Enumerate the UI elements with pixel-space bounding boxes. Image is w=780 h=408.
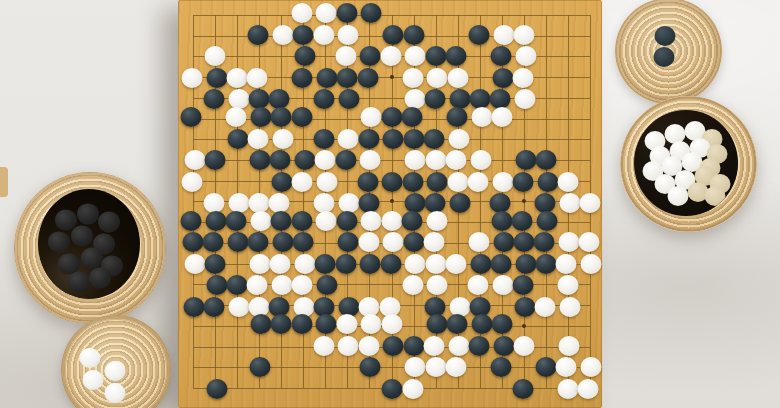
stone-white	[467, 172, 488, 192]
stone-black	[537, 172, 558, 192]
stone-white	[291, 3, 312, 23]
stone-black	[403, 129, 424, 149]
star-point	[390, 199, 394, 203]
stone-black	[271, 314, 292, 334]
stone-black	[424, 89, 445, 109]
table-object-edge	[0, 167, 8, 197]
stone-white	[402, 275, 423, 295]
stone-white	[492, 172, 513, 192]
stone-black	[360, 46, 381, 66]
stone-white	[558, 379, 579, 399]
stone-white	[315, 150, 336, 170]
stone-white	[559, 297, 580, 317]
stone-black	[335, 150, 356, 170]
stone-black	[493, 336, 514, 356]
go-board	[178, 0, 602, 408]
stone-black	[250, 357, 271, 377]
stone-black	[512, 211, 533, 231]
stone-black	[513, 275, 534, 295]
stone-black	[295, 46, 316, 66]
stone-white	[250, 211, 271, 231]
stone-white	[247, 68, 268, 88]
stone-white	[250, 254, 271, 274]
stone-white	[338, 336, 359, 356]
captured-stone-black	[68, 272, 90, 293]
stone-black	[250, 314, 271, 334]
stone-white	[292, 172, 313, 192]
stone-white	[338, 129, 359, 149]
captured-stone-white	[80, 348, 101, 368]
stone-black	[446, 314, 467, 334]
stone-black	[316, 314, 337, 334]
stone-black	[515, 150, 536, 170]
stone-white	[313, 336, 334, 356]
stone-white	[184, 254, 205, 274]
stone-white	[445, 150, 466, 170]
bowl-stone-cream	[705, 186, 726, 206]
stone-white	[336, 314, 357, 334]
stone-black	[515, 254, 536, 274]
stone-white	[313, 25, 334, 45]
stone-black	[183, 232, 204, 252]
stone-black	[315, 254, 336, 274]
basket-opening	[38, 189, 140, 299]
black-stone-bowl	[14, 172, 166, 324]
stone-white	[273, 25, 294, 45]
stone-white	[182, 172, 203, 192]
stone-black	[471, 314, 492, 334]
stone-black	[317, 68, 338, 88]
stone-black	[291, 314, 312, 334]
stone-black	[491, 314, 512, 334]
stone-black	[535, 357, 556, 377]
stone-black	[490, 254, 511, 274]
stone-white	[292, 275, 313, 295]
stone-black	[536, 211, 557, 231]
stone-black	[226, 211, 247, 231]
stone-white	[448, 336, 469, 356]
stone-black	[181, 211, 202, 231]
stone-black	[361, 3, 382, 23]
stone-black	[493, 232, 514, 252]
stone-white	[338, 25, 359, 45]
stone-white	[425, 357, 446, 377]
white-stone-bowl	[620, 96, 757, 232]
stone-black	[535, 254, 556, 274]
stone-black	[513, 232, 534, 252]
stone-white	[227, 68, 248, 88]
stone-black	[360, 254, 381, 274]
stone-black	[204, 89, 225, 109]
stone-white	[184, 150, 205, 170]
stone-black	[425, 46, 446, 66]
stone-black	[248, 232, 269, 252]
stone-white	[427, 275, 448, 295]
stone-white	[425, 254, 446, 274]
stone-white	[405, 254, 426, 274]
stone-white	[402, 379, 423, 399]
stone-white	[358, 336, 379, 356]
stone-black	[272, 172, 293, 192]
stone-black	[470, 254, 491, 274]
stone-black	[337, 68, 358, 88]
stone-white	[272, 275, 293, 295]
stone-black	[291, 211, 312, 231]
star-point	[522, 199, 526, 203]
captured-stone-white	[83, 370, 104, 390]
star-point	[390, 75, 394, 79]
stone-white	[445, 254, 466, 274]
stone-black	[206, 379, 227, 399]
stone-black	[534, 232, 555, 252]
stone-white	[556, 357, 577, 377]
stone-black	[427, 172, 448, 192]
stone-white	[580, 193, 601, 213]
photo-scene	[0, 0, 780, 408]
stone-white	[405, 357, 426, 377]
stone-white	[445, 357, 466, 377]
stone-white	[535, 297, 556, 317]
stone-white	[273, 129, 294, 149]
stone-black	[514, 297, 535, 317]
stone-white	[425, 150, 446, 170]
stone-white	[270, 254, 291, 274]
stone-black	[205, 254, 226, 274]
stone-black	[403, 25, 424, 45]
stone-black	[403, 232, 424, 252]
stone-black	[357, 68, 378, 88]
stone-black	[248, 25, 269, 45]
stone-white	[316, 211, 337, 231]
captured-stone-black	[655, 26, 676, 46]
stone-black	[383, 336, 404, 356]
white-captures-lid	[61, 315, 171, 408]
stone-white	[295, 254, 316, 274]
captured-stone-white	[105, 361, 126, 381]
stone-black	[426, 314, 447, 334]
stone-black	[339, 89, 360, 109]
stone-black	[292, 68, 313, 88]
stone-black	[250, 150, 271, 170]
stone-black	[491, 211, 512, 231]
stone-white	[402, 68, 423, 88]
stone-white	[427, 68, 448, 88]
stone-white	[381, 314, 402, 334]
stone-black	[401, 107, 422, 127]
stone-black	[250, 107, 271, 127]
stone-white	[380, 46, 401, 66]
stone-white	[558, 232, 579, 252]
stone-black	[295, 150, 316, 170]
stone-white	[491, 107, 512, 127]
stone-white	[182, 68, 203, 88]
stone-black	[205, 150, 226, 170]
stone-black	[314, 89, 335, 109]
stone-white	[228, 297, 249, 317]
stone-white	[578, 379, 599, 399]
captured-stone-black	[48, 232, 70, 253]
stone-black	[206, 275, 227, 295]
stone-black	[273, 232, 294, 252]
stone-white	[248, 129, 269, 149]
stone-white	[513, 68, 534, 88]
captured-stone-white	[105, 383, 126, 403]
stone-white	[492, 275, 513, 295]
stone-white	[513, 25, 534, 45]
stone-white	[559, 193, 580, 213]
stone-white	[556, 254, 577, 274]
stone-white	[513, 336, 534, 356]
stone-white	[580, 357, 601, 377]
stone-white	[423, 336, 444, 356]
stone-black	[490, 46, 511, 66]
stone-white	[558, 336, 579, 356]
stone-black	[205, 211, 226, 231]
stone-white	[405, 150, 426, 170]
black-captures-lid	[615, 0, 722, 104]
stone-black	[360, 357, 381, 377]
stone-black	[227, 275, 248, 295]
stone-white	[514, 89, 535, 109]
stone-black	[490, 357, 511, 377]
stone-black	[423, 129, 444, 149]
stone-white	[448, 129, 469, 149]
stone-black	[382, 379, 403, 399]
stone-black	[228, 232, 249, 252]
stone-black	[357, 172, 378, 192]
stone-white	[317, 172, 338, 192]
stone-white	[405, 46, 426, 66]
stone-white	[467, 275, 488, 295]
stone-white	[579, 232, 600, 252]
stone-white	[423, 232, 444, 252]
basket-opening	[634, 110, 738, 216]
stone-black	[270, 150, 291, 170]
stone-white	[470, 150, 491, 170]
stone-white	[558, 172, 579, 192]
stone-black	[380, 254, 401, 274]
stone-black	[449, 193, 470, 213]
captured-stone-black	[654, 47, 675, 67]
stone-white	[471, 107, 492, 127]
stone-black	[358, 129, 379, 149]
stone-black	[183, 297, 204, 317]
stone-black	[382, 172, 403, 192]
captured-stone-black	[71, 226, 93, 247]
stone-white	[447, 68, 468, 88]
stone-white	[226, 107, 247, 127]
stone-white	[335, 46, 356, 66]
stone-black	[383, 25, 404, 45]
stone-white	[358, 232, 379, 252]
captured-stone-black	[98, 212, 120, 233]
stone-white	[558, 275, 579, 295]
stone-black	[313, 129, 334, 149]
stone-white	[247, 275, 268, 295]
stone-black	[228, 129, 249, 149]
stone-black	[291, 107, 312, 127]
captured-stone-black	[77, 204, 99, 225]
stone-black	[381, 107, 402, 127]
stone-black	[336, 3, 357, 23]
stone-black	[468, 25, 489, 45]
stone-black	[535, 150, 556, 170]
stone-black	[492, 68, 513, 88]
stone-white	[361, 314, 382, 334]
stone-white	[205, 46, 226, 66]
stone-black	[293, 25, 314, 45]
stone-black	[513, 379, 534, 399]
stone-black	[203, 232, 224, 252]
stone-black	[181, 107, 202, 127]
stone-black	[403, 336, 424, 356]
stone-white	[360, 150, 381, 170]
stone-white	[447, 172, 468, 192]
stone-white	[580, 254, 601, 274]
stone-black	[383, 129, 404, 149]
stone-white	[361, 107, 382, 127]
stone-black	[446, 107, 467, 127]
bowl-stone-white	[668, 186, 689, 206]
stone-white	[493, 25, 514, 45]
stone-black	[445, 46, 466, 66]
stone-black	[206, 68, 227, 88]
stone-black	[468, 336, 489, 356]
captured-stone-black	[81, 248, 103, 269]
captured-stone-black	[89, 268, 111, 289]
stone-black	[293, 232, 314, 252]
stone-black	[335, 254, 356, 274]
stone-white	[515, 46, 536, 66]
stone-black	[338, 232, 359, 252]
stone-white	[361, 211, 382, 231]
stone-white	[381, 211, 402, 231]
stone-black	[402, 172, 423, 192]
stone-black	[317, 275, 338, 295]
star-point	[522, 324, 526, 328]
stone-white	[383, 232, 404, 252]
stone-black	[204, 297, 225, 317]
stone-white	[316, 3, 337, 23]
stone-white	[426, 211, 447, 231]
stone-black	[271, 211, 292, 231]
stone-black	[336, 211, 357, 231]
stone-black	[271, 107, 292, 127]
stone-black	[401, 211, 422, 231]
stone-black	[513, 172, 534, 192]
stone-white	[468, 232, 489, 252]
